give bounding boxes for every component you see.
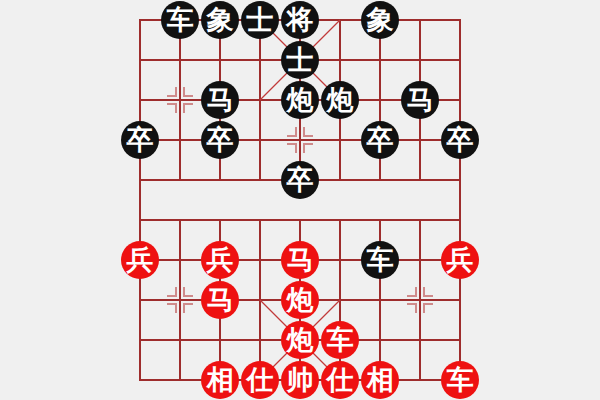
piece-black-rook[interactable]: 车: [361, 241, 399, 279]
piece-black-horse[interactable]: 马: [201, 81, 239, 119]
piece-red-horse[interactable]: 马: [201, 281, 239, 319]
piece-black-elephant[interactable]: 象: [201, 1, 239, 39]
piece-black-soldier[interactable]: 卒: [121, 121, 159, 159]
piece-red-advisor[interactable]: 仕: [321, 361, 359, 399]
piece-black-cannon[interactable]: 炮: [281, 81, 319, 119]
piece-red-rook[interactable]: 车: [441, 361, 479, 399]
piece-red-elephant[interactable]: 相: [201, 361, 239, 399]
piece-black-soldier[interactable]: 卒: [361, 121, 399, 159]
piece-black-soldier[interactable]: 卒: [201, 121, 239, 159]
piece-black-cannon[interactable]: 炮: [321, 81, 359, 119]
piece-black-advisor[interactable]: 士: [281, 41, 319, 79]
piece-red-rook[interactable]: 车: [321, 321, 359, 359]
piece-black-advisor[interactable]: 士: [241, 1, 279, 39]
piece-red-cannon[interactable]: 炮: [281, 281, 319, 319]
xiangqi-board: 车象士将象士马炮炮马卒卒卒卒卒兵兵马车兵马炮炮车相仕帅仕相车: [0, 0, 600, 400]
piece-black-rook[interactable]: 车: [161, 1, 199, 39]
piece-red-cannon[interactable]: 炮: [281, 321, 319, 359]
piece-red-general[interactable]: 帅: [281, 361, 319, 399]
piece-red-elephant[interactable]: 相: [361, 361, 399, 399]
piece-red-horse[interactable]: 马: [281, 241, 319, 279]
piece-black-horse[interactable]: 马: [401, 81, 439, 119]
piece-red-soldier[interactable]: 兵: [121, 241, 159, 279]
piece-red-advisor[interactable]: 仕: [241, 361, 279, 399]
piece-black-general[interactable]: 将: [281, 1, 319, 39]
piece-black-soldier[interactable]: 卒: [441, 121, 479, 159]
piece-black-elephant[interactable]: 象: [361, 1, 399, 39]
piece-black-soldier[interactable]: 卒: [281, 161, 319, 199]
piece-red-soldier[interactable]: 兵: [441, 241, 479, 279]
piece-red-soldier[interactable]: 兵: [201, 241, 239, 279]
